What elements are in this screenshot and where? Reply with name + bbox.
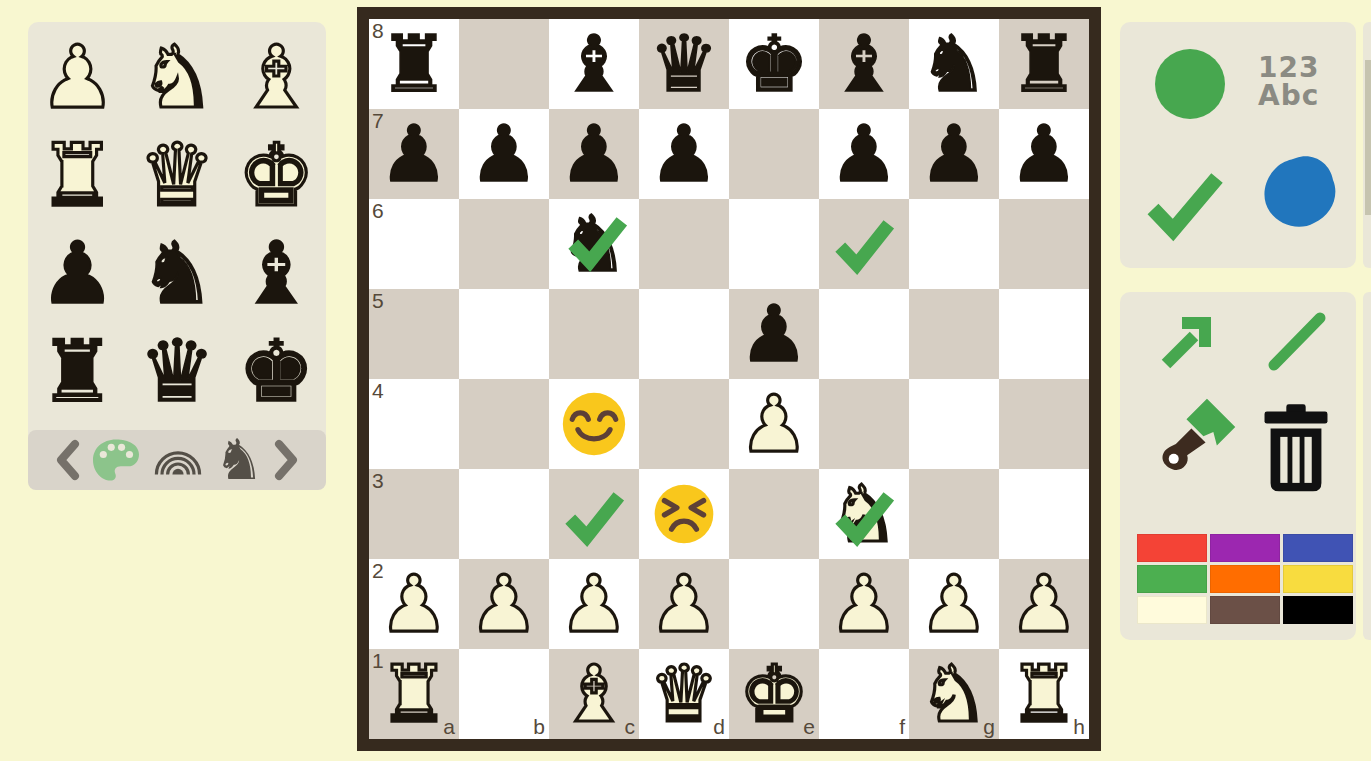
square-g3[interactable] xyxy=(909,469,999,559)
file-label-g: g xyxy=(983,715,995,739)
square-b6[interactable] xyxy=(459,199,549,289)
square-c3[interactable] xyxy=(549,469,639,559)
color-swatch-f8dc3f[interactable] xyxy=(1283,565,1353,593)
square-c2[interactable]: ♟ xyxy=(549,559,639,649)
rank-label-3: 3 xyxy=(372,469,384,493)
palette-white-bishop[interactable]: ♝ xyxy=(227,28,326,126)
square-g1[interactable]: g♞ xyxy=(909,649,999,739)
palette-toolbar: ♞ xyxy=(28,430,326,490)
palette-icon[interactable] xyxy=(90,437,142,483)
square-f2[interactable]: ♟ xyxy=(819,559,909,649)
white-pawn-d2[interactable]: ♟ xyxy=(639,559,729,649)
square-d6[interactable] xyxy=(639,199,729,289)
page: { "game": "chess", "app": {"description"… xyxy=(0,0,1371,761)
rank-label-7: 7 xyxy=(372,109,384,133)
file-label-c: c xyxy=(625,715,636,739)
line-icon xyxy=(1262,307,1332,375)
palette-white-knight[interactable]: ♞ xyxy=(127,28,226,126)
white-pawn-h2[interactable]: ♟ xyxy=(999,559,1089,649)
arrow-tool[interactable] xyxy=(1154,310,1216,374)
black-rook-glyph: ♜ xyxy=(39,322,116,420)
rank-label-4: 4 xyxy=(372,379,384,403)
white-pawn-g2[interactable]: ♟ xyxy=(909,559,999,649)
square-a7[interactable]: 7♟ xyxy=(369,109,459,199)
palette-black-queen[interactable]: ♛ xyxy=(127,322,226,420)
black-pawn-f7[interactable]: ♟ xyxy=(819,109,909,199)
white-pawn-e4[interactable]: ♟ xyxy=(729,379,819,469)
square-h3[interactable] xyxy=(999,469,1089,559)
rank-label-8: 8 xyxy=(372,19,384,43)
rainbow-icon[interactable] xyxy=(152,444,204,476)
white-knight-f3[interactable]: ♞ xyxy=(819,469,909,559)
text-tool-line1: 123 xyxy=(1258,54,1319,82)
annotation-smiley-face-c4 xyxy=(560,390,628,462)
square-g6[interactable] xyxy=(909,199,999,289)
white-rook-glyph: ♜ xyxy=(39,126,116,224)
white-pawn-b2[interactable]: ♟ xyxy=(459,559,549,649)
square-a4[interactable]: 4 xyxy=(369,379,459,469)
black-queen-glyph: ♛ xyxy=(138,322,215,420)
square-b2[interactable]: ♟ xyxy=(459,559,549,649)
square-a6[interactable]: 6 xyxy=(369,199,459,289)
square-h4[interactable] xyxy=(999,379,1089,469)
square-b4[interactable] xyxy=(459,379,549,469)
black-king-e8[interactable]: ♚ xyxy=(729,19,819,109)
annotation-frown-face-d3 xyxy=(652,482,716,550)
rank-label-5: 5 xyxy=(372,289,384,313)
square-a5[interactable]: 5 xyxy=(369,289,459,379)
file-label-a: a xyxy=(443,715,455,739)
white-queen-glyph: ♛ xyxy=(138,126,215,224)
piece-palette-grid: ♟♞♝♜♛♚♟♞♝♜♛♚ xyxy=(28,28,326,422)
square-e8[interactable]: ♚ xyxy=(729,19,819,109)
square-f4[interactable] xyxy=(819,379,909,469)
square-d3[interactable] xyxy=(639,469,729,559)
palette-black-pawn[interactable]: ♟ xyxy=(28,224,127,322)
square-h6[interactable] xyxy=(999,199,1089,289)
black-rook-h8[interactable]: ♜ xyxy=(999,19,1089,109)
square-d7[interactable]: ♟ xyxy=(639,109,729,199)
color-swatch-4caf50[interactable] xyxy=(1137,565,1207,593)
square-e5[interactable]: ♟ xyxy=(729,289,819,379)
black-bishop-f8[interactable]: ♝ xyxy=(819,19,909,109)
white-bishop-glyph: ♝ xyxy=(238,28,315,126)
square-b5[interactable] xyxy=(459,289,549,379)
palette-black-rook[interactable]: ♜ xyxy=(28,322,127,420)
square-f1[interactable]: f xyxy=(819,649,909,739)
file-label-f: f xyxy=(899,715,905,739)
blob-tool[interactable] xyxy=(1254,150,1342,238)
square-c4[interactable] xyxy=(549,379,639,469)
chevron-left-icon[interactable] xyxy=(56,439,80,481)
white-king-glyph: ♚ xyxy=(238,126,315,224)
square-e4[interactable]: ♟ xyxy=(729,379,819,469)
cutoff-panel-element xyxy=(1365,60,1371,215)
square-f7[interactable]: ♟ xyxy=(819,109,909,199)
square-h2[interactable]: ♟ xyxy=(999,559,1089,649)
piece-palette-panel: ♟♞♝♜♛♚♟♞♝♜♛♚ ♞ xyxy=(28,22,326,490)
blob-icon xyxy=(1254,150,1342,238)
black-pawn-b7[interactable]: ♟ xyxy=(459,109,549,199)
square-f3[interactable]: ♞ xyxy=(819,469,909,559)
square-b8[interactable] xyxy=(459,19,549,109)
annotation-checkmark-c3 xyxy=(563,485,625,551)
white-knight-glyph: ♞ xyxy=(138,28,215,126)
square-e6[interactable] xyxy=(729,199,819,289)
palette-white-rook[interactable]: ♜ xyxy=(28,126,127,224)
black-knight-g8[interactable]: ♞ xyxy=(909,19,999,109)
line-tool[interactable] xyxy=(1262,307,1332,375)
palette-white-pawn[interactable]: ♟ xyxy=(28,28,127,126)
square-a2[interactable]: 2♟ xyxy=(369,559,459,649)
white-pawn-glyph: ♟ xyxy=(39,28,116,126)
rank-label-1: 1 xyxy=(372,649,384,673)
text-tool-line2: Abc xyxy=(1258,82,1319,110)
square-c1[interactable]: c♝ xyxy=(549,649,639,739)
palette-black-knight[interactable]: ♞ xyxy=(127,224,226,322)
file-label-h: h xyxy=(1073,715,1085,739)
black-knight-c6[interactable]: ♞ xyxy=(549,199,639,289)
color-swatch-6b5047[interactable] xyxy=(1210,596,1280,624)
square-h8[interactable]: ♜ xyxy=(999,19,1089,109)
square-f8[interactable]: ♝ xyxy=(819,19,909,109)
color-swatch-000000[interactable] xyxy=(1283,596,1353,624)
file-label-e: e xyxy=(803,715,815,739)
square-d5[interactable] xyxy=(639,289,729,379)
text-annotation-tool[interactable]: 123 Abc xyxy=(1258,54,1319,110)
square-f6[interactable] xyxy=(819,199,909,289)
white-pawn-f2[interactable]: ♟ xyxy=(819,559,909,649)
palette-black-bishop[interactable]: ♝ xyxy=(227,224,326,322)
palette-white-queen[interactable]: ♛ xyxy=(127,126,226,224)
square-c7[interactable]: ♟ xyxy=(549,109,639,199)
square-g2[interactable]: ♟ xyxy=(909,559,999,649)
palette-white-king[interactable]: ♚ xyxy=(227,126,326,224)
black-pawn-d7[interactable]: ♟ xyxy=(639,109,729,199)
square-a3[interactable]: 3 xyxy=(369,469,459,559)
square-f5[interactable] xyxy=(819,289,909,379)
black-pawn-e5[interactable]: ♟ xyxy=(729,289,819,379)
square-c5[interactable] xyxy=(549,289,639,379)
square-e7[interactable] xyxy=(729,109,819,199)
black-bishop-c8[interactable]: ♝ xyxy=(549,19,639,109)
board-squares: 8♜♝♛♚♝♞♜7♟♟♟♟♟♟♟6♞5♟4 ♟3 ♞2♟♟♟♟♟♟♟1a♜bc♝… xyxy=(369,19,1089,739)
color-swatch-grid xyxy=(1137,534,1353,624)
file-label-b: b xyxy=(533,715,545,739)
square-h7[interactable]: ♟ xyxy=(999,109,1089,199)
square-b7[interactable]: ♟ xyxy=(459,109,549,199)
green-circle-tool[interactable] xyxy=(1155,49,1225,119)
chess-board: 8♜♝♛♚♝♞♜7♟♟♟♟♟♟♟6♞5♟4 ♟3 ♞2♟♟♟♟♟♟♟1a♜bc♝… xyxy=(357,7,1101,751)
color-swatch-4053b4[interactable] xyxy=(1283,534,1353,562)
drawing-tools-panel xyxy=(1120,292,1356,640)
square-d4[interactable] xyxy=(639,379,729,469)
palette-black-king[interactable]: ♚ xyxy=(227,322,326,420)
black-bishop-glyph: ♝ xyxy=(238,224,315,322)
black-pawn-c7[interactable]: ♟ xyxy=(549,109,639,199)
rank-label-6: 6 xyxy=(372,199,384,223)
arrow-icon xyxy=(1154,310,1216,374)
black-pawn-h7[interactable]: ♟ xyxy=(999,109,1089,199)
square-h1[interactable]: h♜ xyxy=(999,649,1089,739)
square-d2[interactable]: ♟ xyxy=(639,559,729,649)
square-a8[interactable]: 8♜ xyxy=(369,19,459,109)
square-h5[interactable] xyxy=(999,289,1089,379)
file-label-d: d xyxy=(713,715,725,739)
square-e2[interactable] xyxy=(729,559,819,649)
square-c8[interactable]: ♝ xyxy=(549,19,639,109)
color-swatch-9c27b0[interactable] xyxy=(1210,534,1280,562)
square-e1[interactable]: e♚ xyxy=(729,649,819,739)
color-swatch-fffbdc[interactable] xyxy=(1137,596,1207,624)
black-king-glyph: ♚ xyxy=(238,322,315,420)
square-b1[interactable]: b xyxy=(459,649,549,739)
square-d8[interactable]: ♛ xyxy=(639,19,729,109)
square-c6[interactable]: ♞ xyxy=(549,199,639,289)
delete-tool[interactable] xyxy=(1256,402,1336,496)
knight-icon[interactable]: ♞ xyxy=(214,432,264,488)
square-g7[interactable]: ♟ xyxy=(909,109,999,199)
checkmark-tool[interactable] xyxy=(1145,164,1225,244)
white-pawn-c2[interactable]: ♟ xyxy=(549,559,639,649)
chevron-right-icon[interactable] xyxy=(274,439,298,481)
checkmark-icon xyxy=(1145,164,1225,244)
black-queen-d8[interactable]: ♛ xyxy=(639,19,729,109)
black-pawn-g7[interactable]: ♟ xyxy=(909,109,999,199)
square-d1[interactable]: d♛ xyxy=(639,649,729,739)
square-g4[interactable] xyxy=(909,379,999,469)
color-swatch-ff6d00[interactable] xyxy=(1210,565,1280,593)
annotation-tools-panel: 123 Abc xyxy=(1120,22,1356,268)
rank-label-2: 2 xyxy=(372,559,384,583)
square-g5[interactable] xyxy=(909,289,999,379)
square-b3[interactable] xyxy=(459,469,549,559)
square-g8[interactable]: ♞ xyxy=(909,19,999,109)
black-knight-glyph: ♞ xyxy=(138,224,215,322)
cutoff-panel-bottom xyxy=(1363,292,1371,640)
paintbrush-icon xyxy=(1140,396,1240,498)
color-swatch-f44336[interactable] xyxy=(1137,534,1207,562)
brush-tool[interactable] xyxy=(1140,396,1240,498)
annotation-checkmark-f6 xyxy=(833,213,895,279)
black-pawn-glyph: ♟ xyxy=(39,224,116,322)
square-a1[interactable]: 1a♜ xyxy=(369,649,459,739)
square-e3[interactable] xyxy=(729,469,819,559)
trash-icon xyxy=(1257,403,1335,495)
